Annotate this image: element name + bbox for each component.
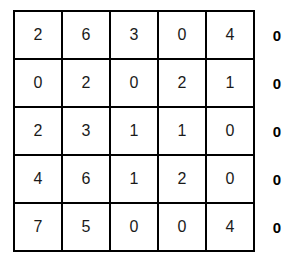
grid-cell-r1c4: 0	[159, 12, 205, 58]
grid-cell-r1c2: 6	[63, 12, 109, 58]
grid-cell-r4c3: 1	[111, 156, 157, 202]
grid-cell-r1c5: 4	[207, 12, 253, 58]
grid-cell-r5c3: 0	[111, 204, 157, 250]
row-labels-column: 00000	[267, 10, 287, 250]
grid-cell-r2c2: 2	[63, 60, 109, 106]
row-label-3: 0	[267, 108, 287, 154]
grid-cell-r1c3: 3	[111, 12, 157, 58]
grid-cell-r2c5: 1	[207, 60, 253, 106]
puzzle-board: 2630402021231104612075004 00000	[0, 0, 299, 252]
row-label-5: 0	[267, 204, 287, 250]
grid-cell-r2c3: 0	[111, 60, 157, 106]
grid-cell-r2c4: 2	[159, 60, 205, 106]
grid-cell-r5c5: 4	[207, 204, 253, 250]
grid-cell-r1c1: 2	[15, 12, 61, 58]
grid-cell-r4c4: 2	[159, 156, 205, 202]
grid-cell-r4c1: 4	[15, 156, 61, 202]
row-label-4: 0	[267, 156, 287, 202]
grid-cell-r3c1: 2	[15, 108, 61, 154]
grid-cell-r3c2: 3	[63, 108, 109, 154]
grid-cell-r4c2: 6	[63, 156, 109, 202]
grid-cell-r4c5: 0	[207, 156, 253, 202]
grid-cell-r5c4: 0	[159, 204, 205, 250]
number-grid: 2630402021231104612075004	[13, 10, 255, 252]
row-label-1: 0	[267, 12, 287, 58]
grid-cell-r2c1: 0	[15, 60, 61, 106]
grid-cell-r3c4: 1	[159, 108, 205, 154]
grid-cell-r5c1: 7	[15, 204, 61, 250]
grid-cell-r3c5: 0	[207, 108, 253, 154]
grid-cell-r5c2: 5	[63, 204, 109, 250]
row-label-2: 0	[267, 60, 287, 106]
grid-cell-r3c3: 1	[111, 108, 157, 154]
